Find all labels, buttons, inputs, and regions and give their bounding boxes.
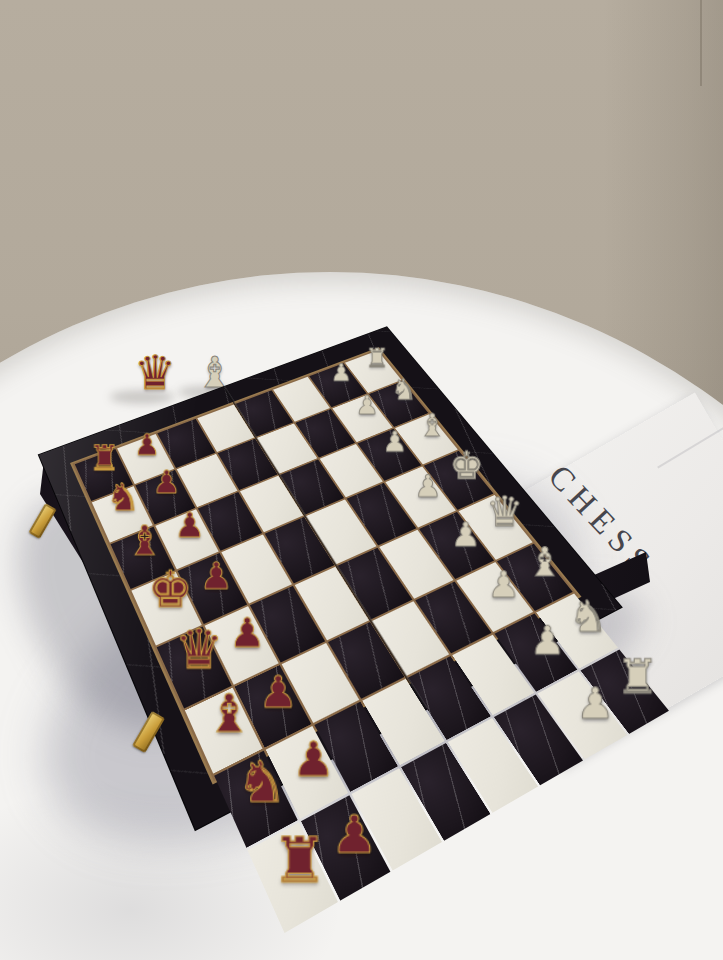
piece-black-pawn[interactable]: ♟ bbox=[293, 736, 336, 784]
piece-black-bishop[interactable]: ♝ bbox=[205, 687, 252, 739]
piece-black-knight[interactable]: ♞ bbox=[236, 754, 287, 811]
piece-white-rook[interactable]: ♜ bbox=[617, 654, 660, 702]
piece-black-pawn[interactable]: ♟ bbox=[200, 558, 233, 595]
piece-white-pawn[interactable]: ♟ bbox=[355, 393, 378, 419]
piece-white-knight[interactable]: ♞ bbox=[569, 595, 608, 639]
wall-corner-line bbox=[700, 0, 702, 86]
spare-black-queen[interactable]: ♛ bbox=[134, 349, 176, 396]
piece-black-rook[interactable]: ♜ bbox=[89, 441, 120, 476]
piece-white-pawn[interactable]: ♟ bbox=[488, 567, 520, 603]
piece-white-queen[interactable]: ♛ bbox=[486, 491, 523, 533]
piece-white-pawn[interactable]: ♟ bbox=[382, 428, 407, 456]
photo-scene: CHESS ♛ ♝ ♜♟♟♜♞♟♟♞♝♟♟♝♚♟♟♚♛♟♟♛♝♟♟♝♞♟♟♞♜♟… bbox=[0, 0, 723, 960]
piece-black-rook[interactable]: ♜ bbox=[272, 830, 328, 892]
piece-white-pawn[interactable]: ♟ bbox=[451, 518, 481, 551]
piece-white-bishop[interactable]: ♝ bbox=[418, 410, 446, 441]
piece-black-pawn[interactable]: ♟ bbox=[229, 613, 265, 653]
piece-black-pawn[interactable]: ♟ bbox=[174, 508, 205, 542]
piece-white-knight[interactable]: ♞ bbox=[391, 376, 417, 405]
piece-black-king[interactable]: ♚ bbox=[148, 565, 193, 615]
piece-white-pawn[interactable]: ♟ bbox=[331, 361, 352, 385]
piece-black-pawn[interactable]: ♟ bbox=[331, 810, 378, 862]
piece-black-queen[interactable]: ♛ bbox=[174, 622, 223, 676]
piece-black-bishop[interactable]: ♝ bbox=[126, 520, 162, 561]
piece-white-rook[interactable]: ♜ bbox=[365, 345, 389, 371]
piece-white-king[interactable]: ♚ bbox=[450, 446, 484, 484]
piece-black-pawn[interactable]: ♟ bbox=[259, 671, 298, 715]
piece-black-knight[interactable]: ♞ bbox=[107, 479, 141, 517]
piece-black-pawn[interactable]: ♟ bbox=[153, 467, 181, 499]
piece-white-pawn[interactable]: ♟ bbox=[576, 683, 615, 726]
piece-black-pawn[interactable]: ♟ bbox=[134, 431, 160, 460]
piece-white-pawn[interactable]: ♟ bbox=[414, 471, 441, 502]
piece-white-pawn[interactable]: ♟ bbox=[529, 621, 564, 660]
piece-white-bishop[interactable]: ♝ bbox=[527, 543, 563, 583]
